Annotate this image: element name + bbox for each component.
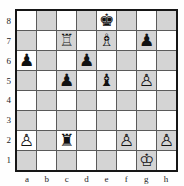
square-g8[interactable]	[137, 11, 156, 30]
square-b6[interactable]	[37, 51, 56, 70]
square-d6[interactable]: ♟	[77, 51, 96, 70]
square-b1[interactable]	[37, 151, 56, 170]
white-bishop: ♗	[99, 31, 114, 50]
file-label-d: d	[77, 173, 97, 185]
black-king: ♚	[99, 11, 114, 30]
square-b3[interactable]	[37, 111, 56, 130]
rank-label-2: 2	[0, 130, 14, 150]
file-labels: abcdefgh	[17, 173, 176, 185]
square-a7[interactable]	[17, 31, 36, 50]
square-d3[interactable]	[77, 111, 96, 130]
square-e4[interactable]	[97, 91, 116, 110]
square-d2[interactable]	[77, 131, 96, 150]
file-label-f: f	[116, 173, 136, 185]
square-b2[interactable]	[37, 131, 56, 150]
square-d5[interactable]	[77, 71, 96, 90]
rank-label-4: 4	[0, 91, 14, 111]
square-f5[interactable]	[117, 71, 136, 90]
square-h2[interactable]: ♙	[157, 131, 176, 150]
square-a6[interactable]: ♟	[17, 51, 36, 70]
square-b7[interactable]	[37, 31, 56, 50]
square-c5[interactable]: ♟	[57, 71, 76, 90]
square-c7[interactable]: ♖	[57, 31, 76, 50]
square-b4[interactable]	[37, 91, 56, 110]
file-label-b: b	[37, 173, 57, 185]
rank-label-3: 3	[0, 110, 14, 130]
square-f4[interactable]	[117, 91, 136, 110]
square-c6[interactable]	[57, 51, 76, 70]
black-pawn: ♟	[59, 71, 74, 90]
white-pawn: ♙	[19, 131, 34, 150]
rank-label-7: 7	[0, 31, 14, 51]
square-e7[interactable]: ♗	[97, 31, 116, 50]
square-g4[interactable]	[137, 91, 156, 110]
square-h8[interactable]	[157, 11, 176, 30]
square-h6[interactable]	[157, 51, 176, 70]
square-d4[interactable]	[77, 91, 96, 110]
file-label-e: e	[97, 173, 117, 185]
file-label-a: a	[17, 173, 37, 185]
square-h4[interactable]	[157, 91, 176, 110]
rank-label-6: 6	[0, 51, 14, 71]
white-rook: ♖	[59, 31, 74, 50]
square-g1[interactable]: ♔	[137, 151, 156, 170]
square-a4[interactable]	[17, 91, 36, 110]
square-c4[interactable]	[57, 91, 76, 110]
white-pawn: ♙	[139, 71, 154, 90]
file-label-c: c	[57, 173, 77, 185]
square-f8[interactable]	[117, 11, 136, 30]
black-pawn: ♟	[19, 51, 34, 70]
square-e3[interactable]	[97, 111, 116, 130]
square-a8[interactable]	[17, 11, 36, 30]
square-c3[interactable]	[57, 111, 76, 130]
rank-label-8: 8	[0, 11, 14, 31]
square-g6[interactable]	[137, 51, 156, 70]
square-e2[interactable]	[97, 131, 116, 150]
square-e8[interactable]: ♚	[97, 11, 116, 30]
square-f7[interactable]	[117, 31, 136, 50]
rank-label-1: 1	[0, 150, 14, 170]
square-d7[interactable]	[77, 31, 96, 50]
file-label-h: h	[156, 173, 176, 185]
square-g2[interactable]	[137, 131, 156, 150]
square-h1[interactable]	[157, 151, 176, 170]
square-d8[interactable]	[77, 11, 96, 30]
white-pawn: ♙	[159, 131, 174, 150]
square-d1[interactable]	[77, 151, 96, 170]
square-f3[interactable]	[117, 111, 136, 130]
square-a5[interactable]	[17, 71, 36, 90]
square-a3[interactable]	[17, 111, 36, 130]
square-f1[interactable]	[117, 151, 136, 170]
square-g3[interactable]	[137, 111, 156, 130]
square-b5[interactable]	[37, 71, 56, 90]
square-g5[interactable]: ♙	[137, 71, 156, 90]
square-e6[interactable]	[97, 51, 116, 70]
square-h3[interactable]	[157, 111, 176, 130]
square-c2[interactable]: ♜	[57, 131, 76, 150]
white-king: ♔	[139, 151, 154, 170]
square-f2[interactable]: ♙	[117, 131, 136, 150]
square-e5[interactable]: ♝	[97, 71, 116, 90]
square-c8[interactable]	[57, 11, 76, 30]
white-pawn: ♙	[119, 131, 134, 150]
square-c1[interactable]	[57, 151, 76, 170]
black-pawn: ♟	[79, 51, 94, 70]
black-bishop: ♝	[99, 71, 114, 90]
black-pawn: ♟	[139, 31, 154, 50]
square-g7[interactable]: ♟	[137, 31, 156, 50]
square-h7[interactable]	[157, 31, 176, 50]
square-e1[interactable]	[97, 151, 116, 170]
black-rook: ♜	[59, 131, 74, 150]
rank-label-5: 5	[0, 71, 14, 91]
chess-diagram-page: 87654321 ♚♖♗♟♟♟♟♝♙♙♜♙♙♔ abcdefgh	[0, 0, 184, 186]
square-f6[interactable]	[117, 51, 136, 70]
file-label-g: g	[136, 173, 156, 185]
rank-labels: 87654321	[0, 11, 14, 170]
square-b8[interactable]	[37, 11, 56, 30]
square-a1[interactable]	[17, 151, 36, 170]
square-h5[interactable]	[157, 71, 176, 90]
square-a2[interactable]: ♙	[17, 131, 36, 150]
chess-board: ♚♖♗♟♟♟♟♝♙♙♜♙♙♔	[15, 9, 178, 172]
